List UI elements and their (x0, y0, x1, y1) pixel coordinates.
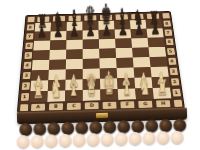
frame-cell: 1 (170, 87, 182, 98)
chess-set: ABCDEFGH8♜♞♝♛♚♝♞♜87♟♟♟♟♟♟♟♟7665544332♟♟♟… (0, 0, 200, 150)
frame-cell: E (101, 100, 119, 110)
square-h4 (149, 57, 167, 67)
frame-corner-plaque (19, 104, 28, 111)
file-label-bottom-d: D (85, 102, 99, 109)
square-b7: ♟ (50, 31, 66, 41)
file-label-bottom-c: C (67, 102, 81, 109)
dark-pawn: ♟ (100, 23, 113, 39)
light-checker (45, 134, 58, 147)
rank-label-right-6: 6 (165, 39, 173, 46)
square-f4 (116, 57, 133, 67)
square-c7: ♟ (66, 30, 82, 40)
rank-label-left-1: 1 (20, 93, 28, 101)
frame-corner (172, 98, 184, 108)
frame-cell: 4 (166, 56, 178, 66)
frame-corner-plaque (162, 13, 170, 19)
square-b4 (49, 59, 66, 70)
frame-cell: 8 (161, 19, 172, 28)
light-checker (86, 133, 99, 146)
rank-label-right-4: 4 (168, 58, 176, 65)
light-king: ♚ (101, 68, 117, 100)
square-b6 (50, 40, 67, 50)
square-c1: ♝ (65, 90, 83, 101)
file-label-bottom-b: B (49, 103, 63, 110)
light-knight: ♞ (137, 76, 153, 99)
frame-cell: D (83, 100, 101, 110)
rank-label-right-7: 7 (164, 29, 172, 36)
square-e1: ♚ (100, 89, 118, 100)
frame-cell: A (29, 102, 47, 112)
light-bishop: ♝ (66, 76, 81, 102)
file-label-bottom-f: F (120, 101, 134, 108)
light-knight: ♞ (48, 79, 64, 102)
frame-corner-plaque (173, 99, 182, 106)
square-a5 (33, 50, 50, 60)
frame-cell: G (136, 99, 155, 109)
frame-cell: C (65, 101, 83, 111)
square-h5 (148, 47, 166, 57)
square-e7: ♟ (99, 30, 115, 40)
dark-pawn: ♟ (68, 24, 81, 40)
square-g4 (133, 57, 151, 67)
square-a7: ♟ (34, 31, 51, 41)
frame-cell: 5 (165, 47, 176, 57)
square-d7: ♟ (83, 30, 99, 40)
product-photo: ABCDEFGH8♜♞♝♛♚♝♞♜87♟♟♟♟♟♟♟♟7665544332♟♟♟… (0, 0, 200, 150)
dark-pawn: ♟ (52, 25, 65, 41)
frame-cell: H (154, 98, 173, 108)
rank-label-left-2: 2 (21, 82, 29, 90)
square-a4 (32, 60, 49, 71)
file-label-bottom-e: E (103, 101, 117, 108)
rank-label-left-4: 4 (23, 62, 31, 69)
square-d1: ♛ (83, 89, 101, 100)
square-f7: ♟ (115, 29, 132, 39)
rank-label-left-5: 5 (24, 52, 32, 59)
light-checker (114, 132, 127, 145)
square-c4 (66, 59, 83, 70)
frame-cell: 7 (163, 28, 174, 37)
frame-cell: F (118, 99, 137, 109)
frame-cell: 3 (167, 66, 179, 77)
rank-label-right-5: 5 (166, 48, 174, 55)
square-e5 (99, 48, 116, 58)
file-label-bottom-h: H (156, 100, 171, 107)
file-label-bottom-g: G (138, 100, 153, 107)
frame-corner (18, 102, 30, 112)
rank-label-right-8: 8 (163, 20, 171, 26)
light-checker (128, 132, 141, 145)
rank-label-right-3: 3 (169, 68, 178, 75)
chess-board: ABCDEFGH8♜♞♝♛♚♝♞♜87♟♟♟♟♟♟♟♟7665544332♟♟♟… (18, 12, 184, 113)
brass-clasp-icon (96, 113, 108, 118)
square-h1: ♜ (153, 87, 172, 98)
dark-pawn: ♟ (84, 24, 97, 40)
light-checker (31, 135, 44, 148)
file-label-bottom-a: A (31, 103, 45, 110)
dark-pawn: ♟ (149, 22, 162, 38)
light-bishop: ♝ (120, 74, 135, 100)
dark-pawn: ♟ (133, 22, 146, 38)
square-c5 (66, 49, 83, 59)
light-rook: ♜ (30, 81, 46, 102)
dark-pawn: ♟ (116, 23, 129, 39)
square-c6 (66, 40, 82, 50)
square-a6 (33, 41, 50, 51)
square-f1: ♝ (118, 88, 136, 99)
light-queen: ♛ (83, 72, 99, 101)
square-a1: ♜ (30, 91, 48, 103)
light-checker (72, 133, 85, 146)
square-h7: ♟ (147, 28, 164, 38)
light-checker (142, 131, 155, 144)
light-checker (156, 131, 169, 144)
light-checker (17, 135, 30, 148)
frame-cell: 2 (169, 77, 181, 88)
square-b5 (49, 50, 66, 60)
square-b1: ♞ (47, 90, 65, 102)
square-d5 (83, 49, 100, 59)
light-checker (100, 133, 113, 146)
rank-label-right-2: 2 (170, 78, 179, 86)
light-rook: ♜ (155, 78, 171, 99)
rank-label-left-8: 8 (26, 24, 34, 30)
square-e6 (99, 39, 116, 49)
square-h6 (147, 37, 164, 47)
rank-label-right-1: 1 (172, 89, 181, 97)
square-g5 (132, 47, 149, 57)
frame-cell: B (47, 101, 65, 111)
square-f6 (115, 38, 132, 48)
light-checker (58, 134, 71, 147)
frame-cell: 6 (164, 37, 175, 47)
square-g6 (131, 38, 148, 48)
light-checker (170, 131, 183, 144)
rank-label-left-3: 3 (22, 72, 30, 79)
square-g7: ♟ (131, 29, 148, 39)
frame-corner-plaque (27, 17, 34, 23)
rank-label-left-6: 6 (25, 43, 33, 50)
square-d6 (83, 39, 99, 49)
dark-pawn: ♟ (35, 25, 48, 41)
square-g1: ♞ (135, 88, 154, 99)
rank-label-left-7: 7 (26, 33, 34, 40)
square-f5 (116, 48, 133, 58)
